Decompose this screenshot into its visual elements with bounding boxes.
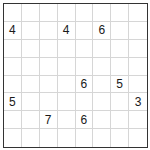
cell-r4c4[interactable] xyxy=(58,58,76,76)
cell-r2c6-clue[interactable]: 6 xyxy=(93,22,111,40)
cell-r7c6[interactable] xyxy=(93,111,111,129)
cell-r2c7[interactable] xyxy=(111,22,129,40)
cell-r4c1[interactable] xyxy=(4,58,22,76)
cell-r8c8[interactable] xyxy=(129,129,147,147)
cell-r1c5[interactable] xyxy=(76,4,94,22)
cell-r3c6[interactable] xyxy=(93,40,111,58)
cell-r5c8[interactable] xyxy=(129,76,147,94)
cell-r3c1[interactable] xyxy=(4,40,22,58)
cell-r8c6[interactable] xyxy=(93,129,111,147)
cell-r7c7[interactable] xyxy=(111,111,129,129)
cell-r3c8[interactable] xyxy=(129,40,147,58)
cell-r6c6[interactable] xyxy=(93,93,111,111)
cell-r4c5[interactable] xyxy=(76,58,94,76)
cell-r2c2[interactable] xyxy=(22,22,40,40)
cell-r7c2[interactable] xyxy=(22,111,40,129)
cell-r4c6[interactable] xyxy=(93,58,111,76)
cell-r1c8[interactable] xyxy=(129,4,147,22)
cell-r8c5[interactable] xyxy=(76,129,94,147)
cell-r6c8-clue[interactable]: 3 xyxy=(129,93,147,111)
cell-r7c1[interactable] xyxy=(4,111,22,129)
cell-r5c1[interactable] xyxy=(4,76,22,94)
cell-r6c4[interactable] xyxy=(58,93,76,111)
cell-r4c7[interactable] xyxy=(111,58,129,76)
cell-r5c4[interactable] xyxy=(58,76,76,94)
cell-r6c5[interactable] xyxy=(76,93,94,111)
cell-r7c3-clue[interactable]: 7 xyxy=(40,111,58,129)
cell-r7c4[interactable] xyxy=(58,111,76,129)
puzzle-board: 446655376 xyxy=(3,3,148,148)
cell-r2c4-clue[interactable]: 4 xyxy=(58,22,76,40)
cell-r6c1-clue[interactable]: 5 xyxy=(4,93,22,111)
cell-r1c4[interactable] xyxy=(58,4,76,22)
cell-r6c3[interactable] xyxy=(40,93,58,111)
cell-r8c4[interactable] xyxy=(58,129,76,147)
cell-r5c3[interactable] xyxy=(40,76,58,94)
cell-r5c2[interactable] xyxy=(22,76,40,94)
cell-r4c2[interactable] xyxy=(22,58,40,76)
cell-r1c1[interactable] xyxy=(4,4,22,22)
cell-r4c8[interactable] xyxy=(129,58,147,76)
cell-r6c2[interactable] xyxy=(22,93,40,111)
cell-r7c5-clue[interactable]: 6 xyxy=(76,111,94,129)
cell-r3c7[interactable] xyxy=(111,40,129,58)
cell-r5c7-clue[interactable]: 5 xyxy=(111,76,129,94)
cell-r8c3[interactable] xyxy=(40,129,58,147)
cell-r1c3[interactable] xyxy=(40,4,58,22)
cell-r3c4[interactable] xyxy=(58,40,76,58)
cell-r1c7[interactable] xyxy=(111,4,129,22)
cell-r7c8[interactable] xyxy=(129,111,147,129)
cell-r4c3[interactable] xyxy=(40,58,58,76)
cell-r6c7[interactable] xyxy=(111,93,129,111)
cell-r3c5[interactable] xyxy=(76,40,94,58)
cell-r1c6[interactable] xyxy=(93,4,111,22)
cell-r8c7[interactable] xyxy=(111,129,129,147)
cell-r5c5-clue[interactable]: 6 xyxy=(76,76,94,94)
cell-r2c8[interactable] xyxy=(129,22,147,40)
cell-r8c2[interactable] xyxy=(22,129,40,147)
cell-r2c1-clue[interactable]: 4 xyxy=(4,22,22,40)
cell-r3c3[interactable] xyxy=(40,40,58,58)
cell-r1c2[interactable] xyxy=(22,4,40,22)
cell-r3c2[interactable] xyxy=(22,40,40,58)
cell-r5c6[interactable] xyxy=(93,76,111,94)
cell-r8c1[interactable] xyxy=(4,129,22,147)
cell-r2c5[interactable] xyxy=(76,22,94,40)
cell-r2c3[interactable] xyxy=(40,22,58,40)
